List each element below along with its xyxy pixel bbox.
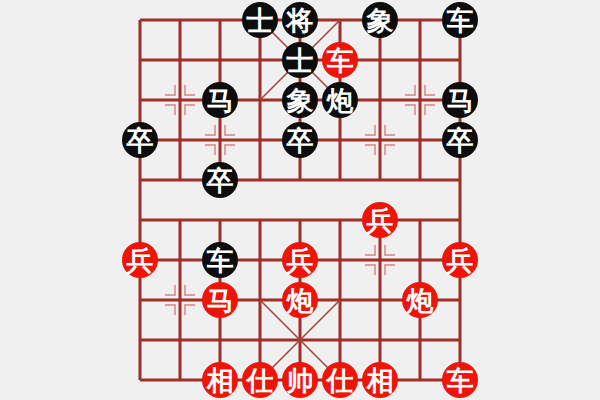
point-marker — [385, 265, 395, 275]
point-marker — [185, 85, 195, 95]
point-marker — [165, 285, 175, 295]
point-marker — [225, 125, 235, 135]
piece-black-advisor[interactable]: 士 — [282, 42, 318, 78]
piece-red-soldier[interactable]: 兵 — [122, 242, 158, 278]
piece-red-soldier[interactable]: 兵 — [282, 242, 318, 278]
point-marker — [365, 245, 375, 255]
piece-black-soldier[interactable]: 卒 — [122, 122, 158, 158]
point-marker — [365, 145, 375, 155]
point-marker — [405, 85, 415, 95]
point-marker — [205, 125, 215, 135]
point-marker — [185, 305, 195, 315]
piece-red-soldier[interactable]: 兵 — [362, 202, 398, 238]
piece-red-advisor[interactable]: 仕 — [322, 362, 358, 398]
point-marker — [385, 125, 395, 135]
xiangqi-board: 士将象车士车马象炮马卒卒卒卒兵兵车兵兵马炮炮相仕帅仕相车 — [0, 0, 600, 400]
point-marker — [425, 85, 435, 95]
piece-black-soldier[interactable]: 卒 — [282, 122, 318, 158]
point-marker — [385, 145, 395, 155]
piece-black-soldier[interactable]: 卒 — [442, 122, 478, 158]
point-marker — [165, 105, 175, 115]
piece-black-elephant[interactable]: 象 — [282, 82, 318, 118]
point-marker — [225, 145, 235, 155]
piece-red-horse[interactable]: 马 — [202, 282, 238, 318]
piece-black-chariot[interactable]: 车 — [442, 2, 478, 38]
piece-black-chariot[interactable]: 车 — [202, 242, 238, 278]
piece-red-chariot[interactable]: 车 — [322, 42, 358, 78]
piece-red-chariot[interactable]: 车 — [442, 362, 478, 398]
piece-black-advisor[interactable]: 士 — [242, 2, 278, 38]
piece-red-elephant[interactable]: 相 — [202, 362, 238, 398]
piece-red-elephant[interactable]: 相 — [362, 362, 398, 398]
point-marker — [185, 285, 195, 295]
piece-black-elephant[interactable]: 象 — [362, 2, 398, 38]
point-marker — [185, 105, 195, 115]
piece-black-general[interactable]: 将 — [282, 2, 318, 38]
point-marker — [425, 105, 435, 115]
piece-black-horse[interactable]: 马 — [442, 82, 478, 118]
piece-black-soldier[interactable]: 卒 — [202, 162, 238, 198]
point-marker — [405, 105, 415, 115]
point-marker — [205, 145, 215, 155]
point-marker — [385, 245, 395, 255]
piece-red-cannon[interactable]: 炮 — [402, 282, 438, 318]
piece-red-general[interactable]: 帅 — [282, 362, 318, 398]
piece-black-horse[interactable]: 马 — [202, 82, 238, 118]
point-marker — [165, 305, 175, 315]
piece-red-soldier[interactable]: 兵 — [442, 242, 478, 278]
point-marker — [165, 85, 175, 95]
point-marker — [365, 265, 375, 275]
point-marker — [365, 125, 375, 135]
piece-red-cannon[interactable]: 炮 — [282, 282, 318, 318]
piece-red-advisor[interactable]: 仕 — [242, 362, 278, 398]
piece-black-cannon[interactable]: 炮 — [322, 82, 358, 118]
